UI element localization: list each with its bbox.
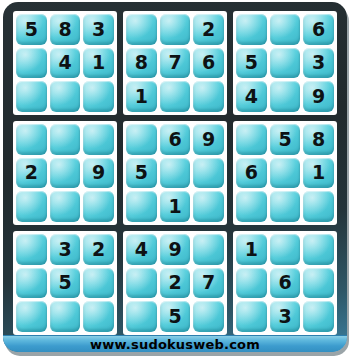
cell-r6c6[interactable] [193,191,224,222]
cell-r1c6[interactable]: 2 [193,14,224,45]
cell-r1c3[interactable]: 3 [83,14,114,45]
cell-r9c5[interactable]: 5 [160,301,191,332]
sudoku-board-frame: 583412876165349296951586132549275163 www… [3,2,347,352]
cell-r2c7[interactable]: 5 [236,48,267,79]
cell-r5c4[interactable]: 5 [126,158,157,189]
cell-r1c5[interactable] [160,14,191,45]
cell-r7c7[interactable]: 1 [236,234,267,265]
cell-r8c1[interactable] [16,268,47,299]
cell-r3c5[interactable] [160,81,191,112]
cell-r4c6[interactable]: 9 [193,124,224,155]
cell-r1c4[interactable] [126,14,157,45]
cell-r9c6[interactable] [193,301,224,332]
box-r2c3: 5861 [233,121,337,225]
box-r1c3: 65349 [233,11,337,115]
cell-r5c6[interactable] [193,158,224,189]
cell-r4c5[interactable]: 6 [160,124,191,155]
cell-r7c9[interactable] [303,234,334,265]
site-url[interactable]: www.sudokusweb.com [90,337,260,352]
cell-r9c3[interactable] [83,301,114,332]
cell-r2c2[interactable]: 4 [50,48,81,79]
cell-r4c1[interactable] [16,124,47,155]
cell-r6c9[interactable] [303,191,334,222]
box-r2c1: 29 [13,121,117,225]
cell-r3c7[interactable]: 4 [236,81,267,112]
cell-r9c4[interactable] [126,301,157,332]
cell-r5c5[interactable] [160,158,191,189]
cell-r7c1[interactable] [16,234,47,265]
cell-r2c1[interactable] [16,48,47,79]
cell-r4c3[interactable] [83,124,114,155]
cell-r2c9[interactable]: 3 [303,48,334,79]
sudoku-board: 583412876165349296951586132549275163 [3,2,347,335]
cell-r7c4[interactable]: 4 [126,234,157,265]
box-r3c2: 49275 [123,231,227,335]
cell-r3c8[interactable] [270,81,301,112]
cell-r3c6[interactable] [193,81,224,112]
cell-r3c2[interactable] [50,81,81,112]
cell-r1c2[interactable]: 8 [50,14,81,45]
cell-r5c2[interactable] [50,158,81,189]
cell-r8c8[interactable]: 6 [270,268,301,299]
box-r3c3: 163 [233,231,337,335]
footer-bar: www.sudokusweb.com [3,335,347,352]
cell-r1c1[interactable]: 5 [16,14,47,45]
cell-r9c2[interactable] [50,301,81,332]
cell-r9c7[interactable] [236,301,267,332]
cell-r6c7[interactable] [236,191,267,222]
cell-r4c7[interactable] [236,124,267,155]
cell-r5c3[interactable]: 9 [83,158,114,189]
cell-r1c9[interactable]: 6 [303,14,334,45]
cell-r8c4[interactable] [126,268,157,299]
box-r2c2: 6951 [123,121,227,225]
cell-r8c3[interactable] [83,268,114,299]
cell-r8c9[interactable] [303,268,334,299]
cell-r4c8[interactable]: 5 [270,124,301,155]
cell-r6c8[interactable] [270,191,301,222]
cell-r7c3[interactable]: 2 [83,234,114,265]
cell-r7c5[interactable]: 9 [160,234,191,265]
cell-r3c9[interactable]: 9 [303,81,334,112]
cell-r9c1[interactable] [16,301,47,332]
cell-r8c5[interactable]: 2 [160,268,191,299]
cell-r9c8[interactable]: 3 [270,301,301,332]
cell-r8c7[interactable] [236,268,267,299]
cell-r6c3[interactable] [83,191,114,222]
cell-r2c3[interactable]: 1 [83,48,114,79]
cell-r1c8[interactable] [270,14,301,45]
cell-r6c2[interactable] [50,191,81,222]
cell-r5c9[interactable]: 1 [303,158,334,189]
box-r1c1: 58341 [13,11,117,115]
cell-r3c3[interactable] [83,81,114,112]
cell-r5c1[interactable]: 2 [16,158,47,189]
box-r3c1: 325 [13,231,117,335]
cell-r3c1[interactable] [16,81,47,112]
cell-r6c1[interactable] [16,191,47,222]
cell-r8c2[interactable]: 5 [50,268,81,299]
cell-r6c5[interactable]: 1 [160,191,191,222]
cell-r5c8[interactable] [270,158,301,189]
cell-r5c7[interactable]: 6 [236,158,267,189]
cell-r2c5[interactable]: 7 [160,48,191,79]
cell-r4c4[interactable] [126,124,157,155]
cell-r4c9[interactable]: 8 [303,124,334,155]
cell-r6c4[interactable] [126,191,157,222]
cell-r7c6[interactable] [193,234,224,265]
cell-r1c7[interactable] [236,14,267,45]
cell-r4c2[interactable] [50,124,81,155]
sudoku-page: 583412876165349296951586132549275163 www… [0,0,350,360]
cell-r7c8[interactable] [270,234,301,265]
cell-r3c4[interactable]: 1 [126,81,157,112]
cell-r2c4[interactable]: 8 [126,48,157,79]
cell-r2c8[interactable] [270,48,301,79]
cell-r8c6[interactable]: 7 [193,268,224,299]
cell-r2c6[interactable]: 6 [193,48,224,79]
box-r1c2: 28761 [123,11,227,115]
cell-r7c2[interactable]: 3 [50,234,81,265]
cell-r9c9[interactable] [303,301,334,332]
